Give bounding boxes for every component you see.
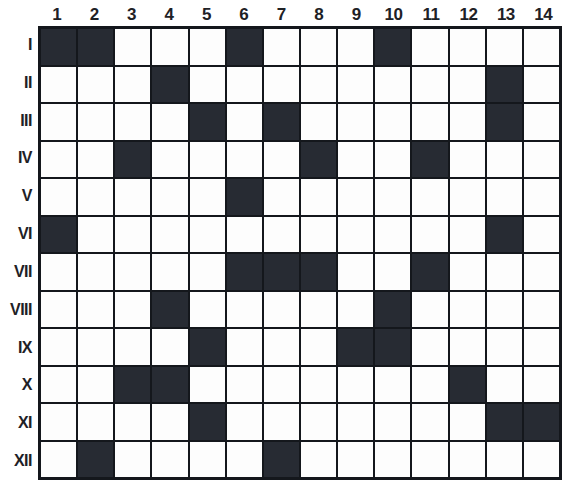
open-cell-VI-11[interactable] — [412, 217, 447, 253]
row-label-XI: XI — [0, 404, 38, 442]
open-cell-III-3[interactable] — [115, 104, 150, 140]
open-cell-V-1[interactable] — [41, 179, 76, 215]
blocked-cell-IV-3 — [115, 142, 150, 178]
open-cell-III-1[interactable] — [41, 104, 76, 140]
open-cell-VI-4[interactable] — [152, 217, 187, 253]
open-cell-V-5[interactable] — [190, 179, 225, 215]
open-cell-XII-13[interactable] — [487, 442, 522, 478]
open-cell-III-10[interactable] — [375, 104, 410, 140]
column-label-14: 14 — [525, 0, 562, 26]
row-label-I: I — [0, 26, 38, 64]
column-label-2: 2 — [75, 0, 112, 26]
open-cell-II-14[interactable] — [524, 67, 559, 103]
open-cell-V-7[interactable] — [264, 179, 299, 215]
open-cell-III-12[interactable] — [450, 104, 485, 140]
row-label-XII: XII — [0, 442, 38, 480]
open-cell-X-9[interactable] — [338, 367, 373, 403]
open-cell-VI-8[interactable] — [301, 217, 336, 253]
open-cell-IX-12[interactable] — [450, 329, 485, 365]
column-label-9: 9 — [337, 0, 374, 26]
open-cell-V-9[interactable] — [338, 179, 373, 215]
open-cell-VIII-5[interactable] — [190, 292, 225, 328]
blocked-cell-I-1 — [41, 29, 76, 65]
open-cell-X-1[interactable] — [41, 367, 76, 403]
open-cell-IX-1[interactable] — [41, 329, 76, 365]
open-cell-XI-6[interactable] — [227, 404, 262, 440]
open-cell-II-6[interactable] — [227, 67, 262, 103]
blocked-cell-X-12 — [450, 367, 485, 403]
open-cell-VII-12[interactable] — [450, 254, 485, 290]
open-cell-XI-9[interactable] — [338, 404, 373, 440]
open-cell-III-14[interactable] — [524, 104, 559, 140]
open-cell-X-5[interactable] — [190, 367, 225, 403]
blocked-cell-X-3 — [115, 367, 150, 403]
open-cell-XI-3[interactable] — [115, 404, 150, 440]
open-cell-IX-11[interactable] — [412, 329, 447, 365]
open-cell-III-8[interactable] — [301, 104, 336, 140]
open-cell-VIII-8[interactable] — [301, 292, 336, 328]
open-cell-VI-14[interactable] — [524, 217, 559, 253]
open-cell-VII-10[interactable] — [375, 254, 410, 290]
open-cell-VII-13[interactable] — [487, 254, 522, 290]
open-cell-I-7[interactable] — [264, 29, 299, 65]
open-cell-XII-5[interactable] — [190, 442, 225, 478]
row-labels: IIIIIIIVVVIVIIVIIIIXXXIXII — [0, 26, 38, 480]
blocked-cell-I-6 — [227, 29, 262, 65]
open-cell-I-5[interactable] — [190, 29, 225, 65]
open-cell-XI-8[interactable] — [301, 404, 336, 440]
open-cell-X-10[interactable] — [375, 367, 410, 403]
open-cell-IX-6[interactable] — [227, 329, 262, 365]
blocked-cell-IV-8 — [301, 142, 336, 178]
open-cell-XII-14[interactable] — [524, 442, 559, 478]
open-cell-IV-10[interactable] — [375, 142, 410, 178]
open-cell-XII-3[interactable] — [115, 442, 150, 478]
open-cell-VIII-7[interactable] — [264, 292, 299, 328]
open-cell-VI-2[interactable] — [78, 217, 113, 253]
open-cell-V-13[interactable] — [487, 179, 522, 215]
blocked-cell-V-6 — [227, 179, 262, 215]
open-cell-XI-1[interactable] — [41, 404, 76, 440]
open-cell-V-3[interactable] — [115, 179, 150, 215]
open-cell-XI-11[interactable] — [412, 404, 447, 440]
blocked-cell-XII-7 — [264, 442, 299, 478]
column-label-5: 5 — [188, 0, 225, 26]
open-cell-II-10[interactable] — [375, 67, 410, 103]
open-cell-X-11[interactable] — [412, 367, 447, 403]
blocked-cell-X-4 — [152, 367, 187, 403]
open-cell-IV-4[interactable] — [152, 142, 187, 178]
row-label-III: III — [0, 102, 38, 140]
open-cell-XI-2[interactable] — [78, 404, 113, 440]
open-cell-X-8[interactable] — [301, 367, 336, 403]
row-label-VII: VII — [0, 253, 38, 291]
open-cell-VI-3[interactable] — [115, 217, 150, 253]
open-cell-XI-7[interactable] — [264, 404, 299, 440]
blocked-cell-IX-5 — [190, 329, 225, 365]
blocked-cell-XII-2 — [78, 442, 113, 478]
open-cell-XII-10[interactable] — [375, 442, 410, 478]
open-cell-IV-7[interactable] — [264, 142, 299, 178]
open-cell-IV-14[interactable] — [524, 142, 559, 178]
open-cell-IX-4[interactable] — [152, 329, 187, 365]
blocked-cell-II-4 — [152, 67, 187, 103]
open-cell-IX-13[interactable] — [487, 329, 522, 365]
open-cell-X-13[interactable] — [487, 367, 522, 403]
open-cell-IX-2[interactable] — [78, 329, 113, 365]
open-cell-VI-10[interactable] — [375, 217, 410, 253]
open-cell-IV-1[interactable] — [41, 142, 76, 178]
blocked-cell-IX-10 — [375, 329, 410, 365]
open-cell-IX-8[interactable] — [301, 329, 336, 365]
column-label-6: 6 — [225, 0, 262, 26]
open-cell-XII-4[interactable] — [152, 442, 187, 478]
blocked-cell-VI-13 — [487, 217, 522, 253]
open-cell-VIII-6[interactable] — [227, 292, 262, 328]
open-cell-III-4[interactable] — [152, 104, 187, 140]
open-cell-III-2[interactable] — [78, 104, 113, 140]
open-cell-III-6[interactable] — [227, 104, 262, 140]
open-cell-IV-2[interactable] — [78, 142, 113, 178]
open-cell-II-8[interactable] — [301, 67, 336, 103]
column-label-1: 1 — [38, 0, 75, 26]
open-cell-I-13[interactable] — [487, 29, 522, 65]
open-cell-XII-8[interactable] — [301, 442, 336, 478]
blocked-cell-III-7 — [264, 104, 299, 140]
open-cell-X-2[interactable] — [78, 367, 113, 403]
open-cell-VI-5[interactable] — [190, 217, 225, 253]
row-label-IV: IV — [0, 139, 38, 177]
open-cell-I-11[interactable] — [412, 29, 447, 65]
blocked-cell-XI-13 — [487, 404, 522, 440]
open-cell-VI-7[interactable] — [264, 217, 299, 253]
open-cell-VIII-13[interactable] — [487, 292, 522, 328]
open-cell-VI-6[interactable] — [227, 217, 262, 253]
column-label-12: 12 — [450, 0, 487, 26]
puzzle-page: 1234567891011121314 IIIIIIIVVVIVIIVIIIIX… — [0, 0, 565, 482]
open-cell-VII-3[interactable] — [115, 254, 150, 290]
column-label-7: 7 — [263, 0, 300, 26]
open-cell-II-2[interactable] — [78, 67, 113, 103]
open-cell-VIII-2[interactable] — [78, 292, 113, 328]
open-cell-II-5[interactable] — [190, 67, 225, 103]
open-cell-I-4[interactable] — [152, 29, 187, 65]
open-cell-VII-2[interactable] — [78, 254, 113, 290]
blocked-cell-VIII-10 — [375, 292, 410, 328]
open-cell-V-2[interactable] — [78, 179, 113, 215]
column-label-8: 8 — [300, 0, 337, 26]
open-cell-VII-1[interactable] — [41, 254, 76, 290]
open-cell-II-12[interactable] — [450, 67, 485, 103]
blocked-cell-I-2 — [78, 29, 113, 65]
row-label-II: II — [0, 64, 38, 102]
open-cell-II-9[interactable] — [338, 67, 373, 103]
open-cell-V-11[interactable] — [412, 179, 447, 215]
open-cell-VIII-3[interactable] — [115, 292, 150, 328]
open-cell-VIII-14[interactable] — [524, 292, 559, 328]
open-cell-VI-12[interactable] — [450, 217, 485, 253]
open-cell-V-12[interactable] — [450, 179, 485, 215]
blocked-cell-III-13 — [487, 104, 522, 140]
row-label-X: X — [0, 366, 38, 404]
open-cell-IV-12[interactable] — [450, 142, 485, 178]
open-cell-IV-13[interactable] — [487, 142, 522, 178]
open-cell-I-3[interactable] — [115, 29, 150, 65]
open-cell-XII-1[interactable] — [41, 442, 76, 478]
column-label-11: 11 — [412, 0, 449, 26]
row-label-VI: VI — [0, 215, 38, 253]
row-label-VIII: VIII — [0, 291, 38, 329]
open-cell-I-8[interactable] — [301, 29, 336, 65]
open-cell-I-9[interactable] — [338, 29, 373, 65]
open-cell-XI-10[interactable] — [375, 404, 410, 440]
column-label-4: 4 — [150, 0, 187, 26]
open-cell-II-7[interactable] — [264, 67, 299, 103]
open-cell-X-14[interactable] — [524, 367, 559, 403]
open-cell-III-11[interactable] — [412, 104, 447, 140]
open-cell-IX-3[interactable] — [115, 329, 150, 365]
open-cell-V-14[interactable] — [524, 179, 559, 215]
column-label-13: 13 — [487, 0, 524, 26]
column-labels: 1234567891011121314 — [38, 0, 562, 26]
open-cell-XII-6[interactable] — [227, 442, 262, 478]
open-cell-IV-6[interactable] — [227, 142, 262, 178]
open-cell-I-14[interactable] — [524, 29, 559, 65]
open-cell-IV-5[interactable] — [190, 142, 225, 178]
blocked-cell-XI-5 — [190, 404, 225, 440]
open-cell-II-3[interactable] — [115, 67, 150, 103]
blocked-cell-I-10 — [375, 29, 410, 65]
open-cell-VII-5[interactable] — [190, 254, 225, 290]
open-cell-XII-11[interactable] — [412, 442, 447, 478]
blocked-cell-IX-9 — [338, 329, 373, 365]
row-label-V: V — [0, 177, 38, 215]
open-cell-IX-14[interactable] — [524, 329, 559, 365]
open-cell-XII-12[interactable] — [450, 442, 485, 478]
open-cell-VIII-12[interactable] — [450, 292, 485, 328]
open-cell-V-10[interactable] — [375, 179, 410, 215]
blocked-cell-VIII-4 — [152, 292, 187, 328]
open-cell-XI-4[interactable] — [152, 404, 187, 440]
open-cell-VII-14[interactable] — [524, 254, 559, 290]
open-cell-VII-9[interactable] — [338, 254, 373, 290]
open-cell-V-8[interactable] — [301, 179, 336, 215]
open-cell-IV-9[interactable] — [338, 142, 373, 178]
open-cell-VIII-1[interactable] — [41, 292, 76, 328]
blocked-cell-III-5 — [190, 104, 225, 140]
open-cell-VIII-9[interactable] — [338, 292, 373, 328]
open-cell-VI-9[interactable] — [338, 217, 373, 253]
puzzle-grid — [38, 26, 562, 480]
open-cell-XI-12[interactable] — [450, 404, 485, 440]
column-label-3: 3 — [113, 0, 150, 26]
open-cell-II-11[interactable] — [412, 67, 447, 103]
blocked-cell-VII-11 — [412, 254, 447, 290]
blocked-cell-VI-1 — [41, 217, 76, 253]
blocked-cell-VII-7 — [264, 254, 299, 290]
blocked-cell-VII-8 — [301, 254, 336, 290]
open-cell-VII-4[interactable] — [152, 254, 187, 290]
open-cell-II-1[interactable] — [41, 67, 76, 103]
open-cell-X-6[interactable] — [227, 367, 262, 403]
column-label-10: 10 — [375, 0, 412, 26]
open-cell-III-9[interactable] — [338, 104, 373, 140]
blocked-cell-XI-14 — [524, 404, 559, 440]
open-cell-XII-9[interactable] — [338, 442, 373, 478]
blocked-cell-VII-6 — [227, 254, 262, 290]
row-label-IX: IX — [0, 329, 38, 367]
blocked-cell-IV-11 — [412, 142, 447, 178]
blocked-cell-II-13 — [487, 67, 522, 103]
open-cell-I-12[interactable] — [450, 29, 485, 65]
open-cell-IX-7[interactable] — [264, 329, 299, 365]
open-cell-VIII-11[interactable] — [412, 292, 447, 328]
open-cell-V-4[interactable] — [152, 179, 187, 215]
open-cell-X-7[interactable] — [264, 367, 299, 403]
